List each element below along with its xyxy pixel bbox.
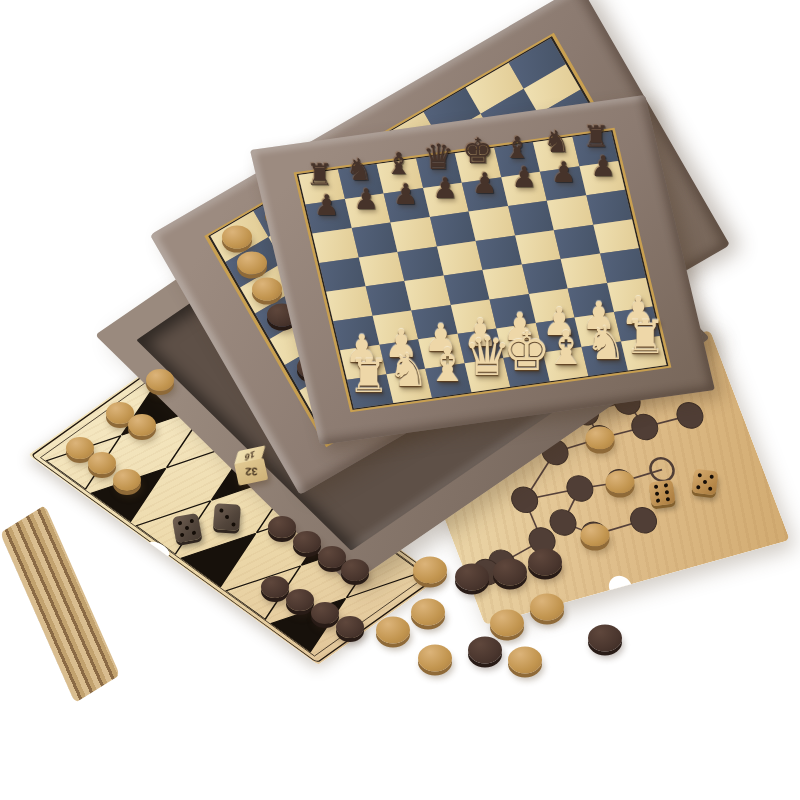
track-spot-14 [584,423,618,454]
track-spot-6 [508,484,542,515]
light-square [621,336,667,371]
dark-square [581,341,627,376]
track-ring-space [647,456,677,484]
scattered-light-disc-7 [376,617,410,644]
dark-square [347,374,393,409]
dark-square [503,352,549,387]
backgammon-edge-laminate [0,505,120,703]
scattered-light-disc-5 [411,599,445,626]
track-spot-11 [627,505,661,536]
scattered-dark-disc-12 [588,625,622,652]
scattered-light-disc-10 [508,647,542,674]
track-spot-15 [603,467,637,498]
scattered-dark-disc-9 [468,637,502,664]
dark-square [425,363,471,398]
backgammon-point-bottom-4 [181,519,275,587]
chess-board-squares [297,130,669,410]
light-square [542,347,588,382]
track-spot-5 [628,411,662,442]
backgammon-point-bottom-2 [91,454,185,522]
scattered-light-disc-11 [418,645,452,672]
game-compendium-photo: 16 32 ♜♞♝♛♚♝♞♜♟♟♟♟♟♟♟♟♟♟♟♟♟♟♟♟♜♞♝♛♚♝♞♜ [0,0,800,800]
track-finger-notch [606,573,636,601]
doubling-cube: 16 32 [231,446,267,485]
doubling-cube-front-value: 32 [245,466,257,478]
light-square [386,368,432,403]
light-square [464,358,510,393]
chess-board [250,95,715,445]
backgammon-point-bottom-6 [271,584,365,652]
track-spot-7 [563,473,597,504]
track-spot-16 [578,519,612,550]
track-spot-4 [673,400,707,431]
